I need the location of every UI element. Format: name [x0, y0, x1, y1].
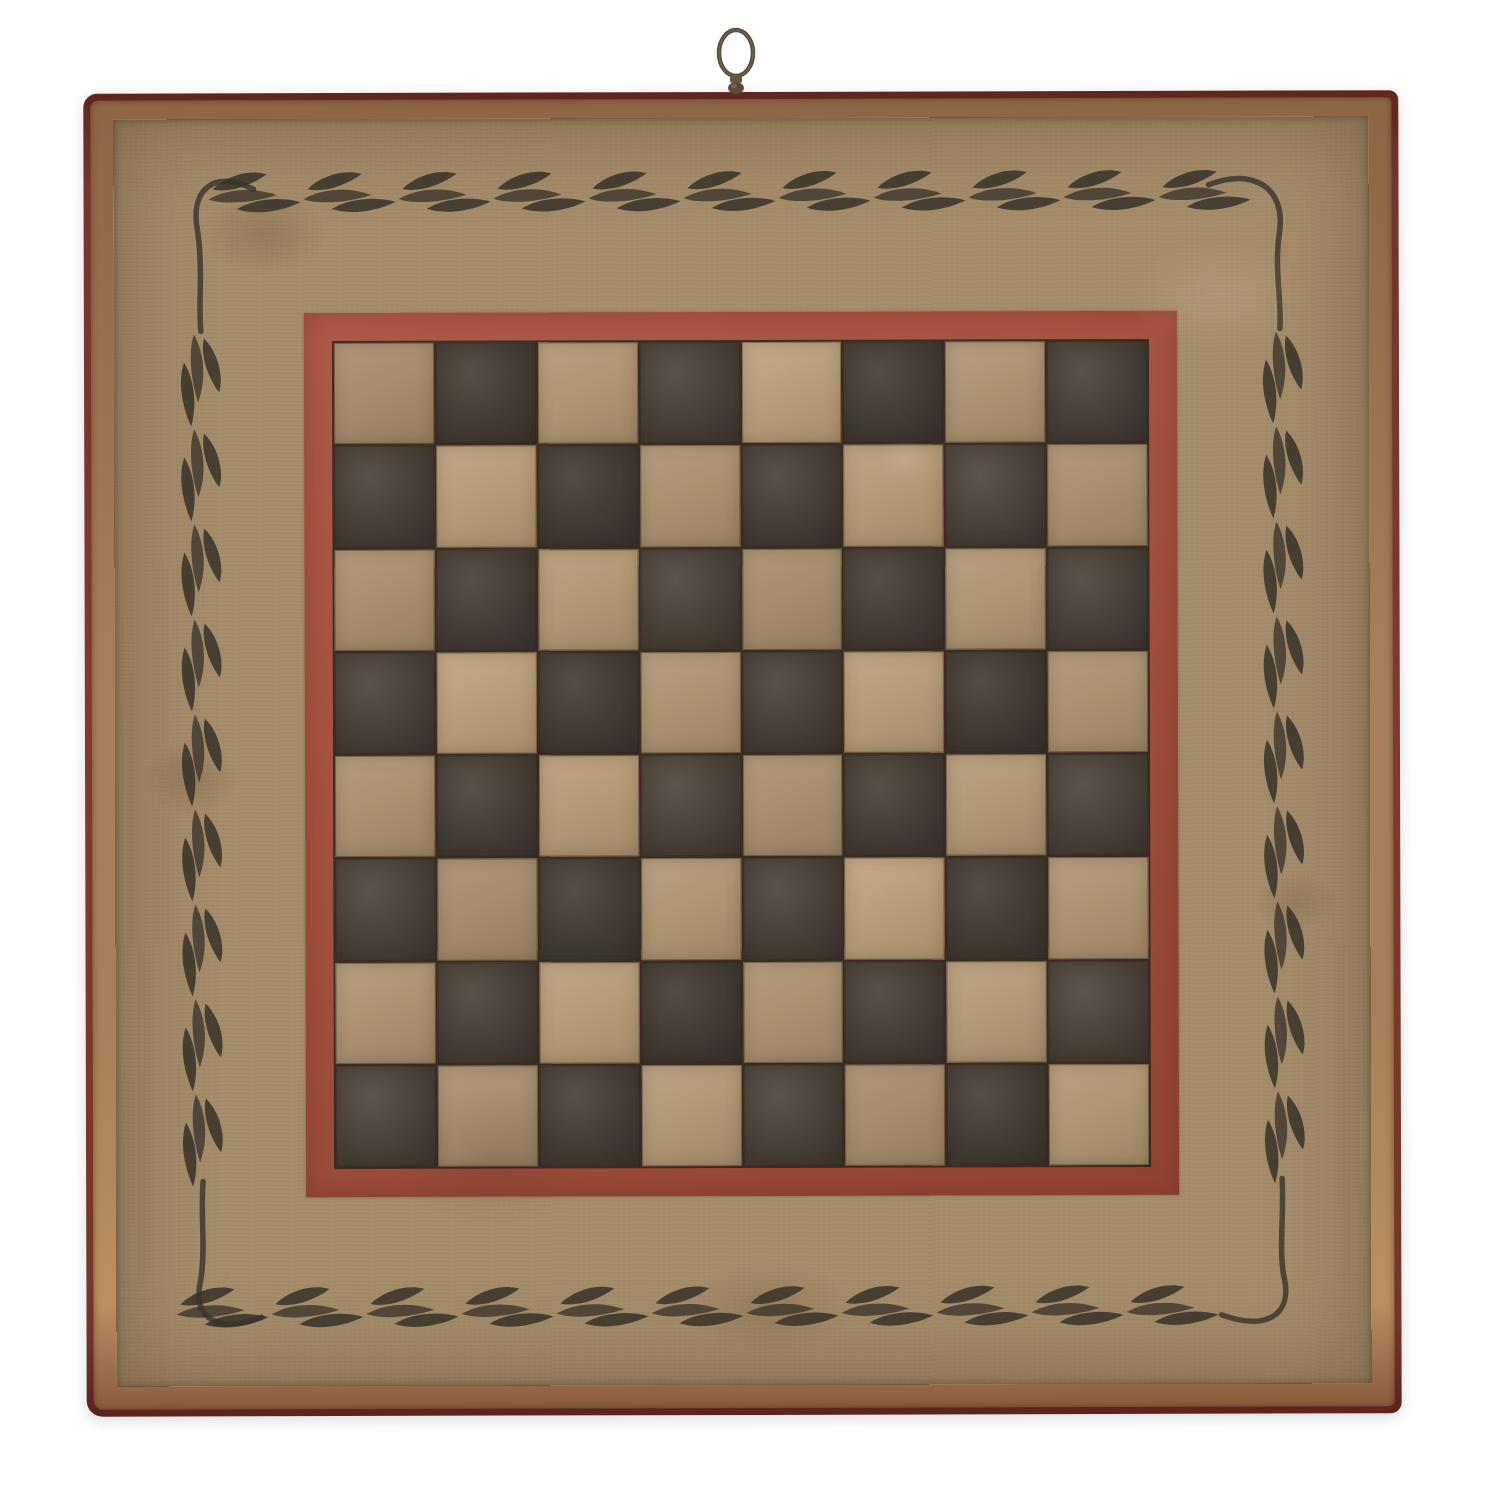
leaf-cluster-icon	[366, 1287, 458, 1327]
leaf-cluster-icon	[873, 171, 965, 211]
board-square	[539, 755, 639, 857]
vine-right	[1263, 332, 1305, 1184]
leaf-cluster-icon	[1265, 1092, 1305, 1184]
board-square	[335, 756, 435, 858]
red-border-band	[304, 311, 1179, 1197]
board-square	[743, 755, 843, 857]
leaf-cluster-icon	[183, 999, 223, 1091]
board-square	[336, 962, 436, 1064]
leaf-cluster-icon	[182, 904, 222, 996]
board-square	[742, 548, 842, 650]
board-square	[845, 961, 945, 1063]
vine-top	[208, 170, 1250, 213]
board-square	[539, 859, 639, 961]
board-square	[1049, 960, 1149, 1062]
board-square	[335, 859, 435, 961]
board-square	[844, 754, 944, 856]
board-square	[844, 548, 944, 650]
leaf-cluster-icon	[461, 1287, 553, 1327]
board-square	[334, 549, 434, 651]
board-square	[946, 548, 1046, 650]
painted-field	[113, 116, 1371, 1386]
board-square	[843, 341, 943, 443]
board-square	[539, 962, 639, 1064]
board-square	[1048, 754, 1148, 856]
board-square	[538, 652, 638, 754]
board-square	[743, 858, 843, 960]
board-square	[437, 652, 537, 754]
leaf-cluster-icon	[1264, 617, 1304, 709]
board-square	[641, 755, 741, 857]
vine-left	[181, 334, 223, 1186]
board-square	[538, 342, 638, 444]
leaf-cluster-icon	[778, 171, 870, 211]
board-square	[1048, 547, 1148, 649]
leaf-cluster-icon	[208, 172, 300, 212]
board-square	[946, 651, 1046, 753]
board-square	[741, 342, 841, 444]
leaf-cluster-icon	[651, 1286, 743, 1326]
board-square	[540, 1065, 640, 1167]
leaf-cluster-icon	[181, 524, 221, 616]
board-square	[336, 1066, 436, 1168]
leaf-cluster-icon	[181, 429, 221, 521]
hanging-ring-icon	[712, 26, 760, 96]
board-square	[945, 341, 1045, 443]
board-square	[436, 343, 536, 445]
leaf-cluster-icon	[746, 1286, 838, 1326]
leaf-cluster-icon	[1031, 1285, 1123, 1325]
leaf-cluster-icon	[556, 1287, 648, 1327]
board-square	[1049, 1064, 1149, 1166]
leaf-cluster-icon	[936, 1286, 1028, 1326]
leaf-cluster-icon	[1263, 427, 1303, 519]
board-square	[641, 962, 741, 1064]
leaf-cluster-icon	[271, 1287, 363, 1327]
board-square	[845, 1064, 945, 1166]
leaf-cluster-icon	[398, 172, 490, 212]
board-square	[436, 549, 536, 651]
board-square	[438, 1065, 538, 1167]
board-square	[437, 859, 537, 961]
leaf-cluster-icon	[1126, 1285, 1218, 1325]
board-square	[334, 343, 434, 445]
board-square	[742, 651, 842, 753]
board-square	[538, 446, 638, 548]
board-square	[947, 1064, 1047, 1166]
leaf-cluster-icon	[176, 1288, 268, 1328]
board-square	[743, 961, 843, 1063]
leaf-cluster-icon	[683, 171, 775, 211]
leaf-cluster-icon	[182, 619, 222, 711]
board-square	[845, 858, 945, 960]
board-square	[947, 961, 1047, 1063]
board-square	[640, 549, 740, 651]
board-square	[640, 445, 740, 547]
board-square	[1047, 341, 1147, 443]
leaf-cluster-icon	[1264, 902, 1304, 994]
leaf-cluster-icon	[183, 1094, 223, 1186]
board-square	[641, 858, 741, 960]
board-square	[742, 445, 842, 547]
board-square	[743, 1064, 843, 1166]
board-square	[1048, 651, 1148, 753]
board-square	[945, 444, 1045, 546]
photo-canvas	[0, 0, 1487, 1500]
leaf-cluster-icon	[1265, 997, 1305, 1089]
vine-bottom	[176, 1285, 1218, 1328]
board-square	[1048, 857, 1148, 959]
board-square	[641, 1065, 741, 1167]
leaf-cluster-icon	[968, 170, 1060, 210]
game-board	[83, 90, 1401, 1416]
leaf-cluster-icon	[1263, 522, 1303, 614]
board-square	[335, 653, 435, 755]
leaf-cluster-icon	[182, 714, 222, 806]
board-square	[844, 445, 944, 547]
leaf-cluster-icon	[182, 809, 222, 901]
board-square	[640, 342, 740, 444]
board-square	[436, 446, 536, 548]
board-square	[437, 962, 537, 1064]
leaf-cluster-icon	[1263, 332, 1303, 424]
leaf-cluster-icon	[493, 172, 585, 212]
board-square	[946, 754, 1046, 856]
checkerboard-grid	[332, 339, 1151, 1169]
board-square	[1047, 444, 1147, 546]
leaf-cluster-icon	[1264, 807, 1304, 899]
leaf-cluster-icon	[588, 171, 680, 211]
leaf-cluster-icon	[841, 1286, 933, 1326]
board-square	[844, 651, 944, 753]
board-square	[437, 756, 537, 858]
board-square	[538, 549, 638, 651]
board-square	[947, 857, 1047, 959]
board-square	[334, 446, 434, 548]
leaf-cluster-icon	[181, 334, 221, 426]
leaf-cluster-icon	[1264, 712, 1304, 804]
leaf-cluster-icon	[1158, 170, 1250, 210]
board-square	[640, 652, 740, 754]
leaf-cluster-icon	[1063, 170, 1155, 210]
leaf-cluster-icon	[303, 172, 395, 212]
